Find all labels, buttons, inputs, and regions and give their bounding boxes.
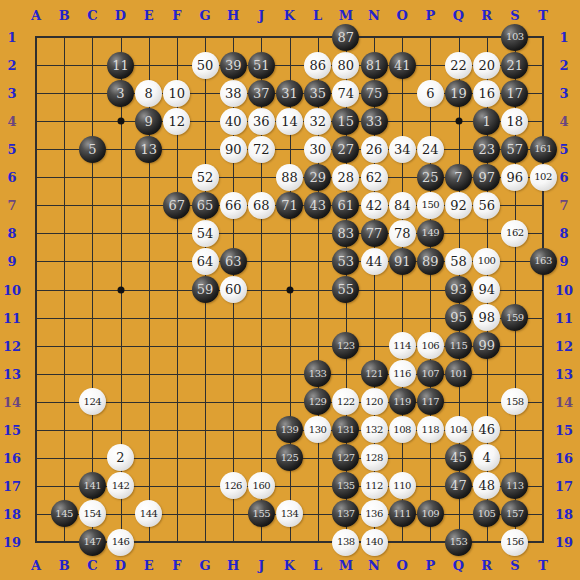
stone-black-149: 149 [417,220,444,247]
stone-white-110: 110 [389,472,416,499]
go-board[interactable]: AABBCCDDEEFFGGHHJJKKLLMMNNOOPPQQRRSSTT11… [0,0,580,580]
stone-white-100: 100 [473,248,500,275]
row-label-left-15[interactable]: 15 [3,423,21,436]
stone-black-141: 141 [79,472,106,499]
stone-black-71: 71 [276,192,303,219]
col-label-top-S[interactable]: S [510,9,519,22]
stone-white-18: 18 [501,108,528,135]
stone-black-77: 77 [361,220,388,247]
stone-black-89: 89 [417,248,444,275]
stone-black-7: 7 [445,164,472,191]
stone-white-160: 160 [248,472,275,499]
star-point-Q4 [455,118,462,125]
stone-white-12: 12 [163,108,190,135]
stone-white-14: 14 [276,108,303,135]
stone-white-74: 74 [332,80,359,107]
stone-white-24: 24 [417,136,444,163]
col-label-bottom-T[interactable]: T [538,559,548,572]
row-label-left-13[interactable]: 13 [3,367,21,380]
stone-white-84: 84 [389,192,416,219]
col-label-bottom-C[interactable]: C [87,559,97,572]
stone-white-146: 146 [107,529,134,556]
star-point-D10 [117,286,124,293]
go-diagram-page: { "game": "go", "board": { "size": 19, "… [0,0,580,580]
star-point-D4 [117,118,124,125]
col-label-bottom-B[interactable]: B [59,559,70,572]
stone-black-61: 61 [332,192,359,219]
col-label-bottom-M[interactable]: M [339,559,353,572]
row-label-right-7[interactable]: 7 [559,199,568,212]
stone-black-51: 51 [248,52,275,79]
stone-black-147: 147 [79,529,106,556]
stone-black-23: 23 [473,136,500,163]
col-label-top-D[interactable]: D [115,9,126,22]
col-label-bottom-F[interactable]: F [172,559,181,572]
stone-black-163: 163 [530,248,557,275]
row-label-left-17[interactable]: 17 [3,479,21,492]
stone-white-22: 22 [445,52,472,79]
col-label-top-A[interactable]: A [31,9,41,22]
col-label-top-E[interactable]: E [144,9,154,22]
stone-white-78: 78 [389,220,416,247]
stone-black-33: 33 [361,108,388,135]
stone-black-41: 41 [389,52,416,79]
stone-white-62: 62 [361,164,388,191]
stone-white-50: 50 [192,52,219,79]
stone-white-116: 116 [389,360,416,387]
col-label-top-K[interactable]: K [284,9,295,22]
stone-white-42: 42 [361,192,388,219]
row-label-right-3[interactable]: 3 [559,87,568,100]
row-label-right-13[interactable]: 13 [555,367,573,380]
stone-white-136: 136 [361,500,388,527]
stone-white-32: 32 [304,108,331,135]
row-label-right-5[interactable]: 5 [559,143,568,156]
stone-white-118: 118 [417,416,444,443]
col-label-top-T[interactable]: T [538,9,548,22]
stone-white-52: 52 [192,164,219,191]
col-label-top-G[interactable]: G [199,9,210,22]
stone-black-15: 15 [332,108,359,135]
row-label-left-6[interactable]: 6 [7,171,16,184]
row-label-left-18[interactable]: 18 [3,507,21,520]
stone-black-145: 145 [51,500,78,527]
col-label-top-H[interactable]: H [227,9,239,22]
stone-black-37: 37 [248,80,275,107]
stone-black-117: 117 [417,388,444,415]
stone-white-106: 106 [417,332,444,359]
stone-white-150: 150 [417,192,444,219]
row-label-left-8[interactable]: 8 [7,227,16,240]
stone-black-57: 57 [501,136,528,163]
stone-black-21: 21 [501,52,528,79]
stone-black-93: 93 [445,276,472,303]
row-label-left-14[interactable]: 14 [3,395,21,408]
col-label-bottom-K[interactable]: K [284,559,295,572]
stone-black-3: 3 [107,80,134,107]
col-label-bottom-H[interactable]: H [227,559,239,572]
col-label-top-B[interactable]: B [59,9,70,22]
row-label-left-10[interactable]: 10 [3,283,21,296]
stone-black-83: 83 [332,220,359,247]
stone-black-9: 9 [135,108,162,135]
stone-white-30: 30 [304,136,331,163]
stone-white-138: 138 [332,529,359,556]
col-label-bottom-L[interactable]: L [313,559,322,572]
row-label-right-19[interactable]: 19 [555,536,573,549]
stone-white-156: 156 [501,529,528,556]
stone-white-64: 64 [192,248,219,275]
stone-white-120: 120 [361,388,388,415]
stone-white-96: 96 [501,164,528,191]
row-label-left-12[interactable]: 12 [3,339,21,352]
row-label-right-16[interactable]: 16 [555,451,573,464]
stone-white-28: 28 [332,164,359,191]
row-label-right-9[interactable]: 9 [559,255,568,268]
col-label-bottom-P[interactable]: P [425,559,435,572]
stone-white-40: 40 [220,108,247,135]
stone-black-29: 29 [304,164,331,191]
stone-black-43: 43 [304,192,331,219]
stone-white-56: 56 [473,192,500,219]
row-label-right-15[interactable]: 15 [555,423,573,436]
row-label-left-19[interactable]: 19 [3,536,21,549]
stone-white-98: 98 [473,304,500,331]
stone-white-20: 20 [473,52,500,79]
stone-white-44: 44 [361,248,388,275]
col-label-top-C[interactable]: C [87,9,97,22]
stone-white-162: 162 [501,220,528,247]
row-label-right-6[interactable]: 6 [559,171,568,184]
stone-white-68: 68 [248,192,275,219]
stone-white-114: 114 [389,332,416,359]
col-label-bottom-D[interactable]: D [115,559,126,572]
row-label-right-18[interactable]: 18 [555,507,573,520]
stone-black-97: 97 [473,164,500,191]
stone-black-13: 13 [135,136,162,163]
col-label-top-F[interactable]: F [172,9,181,22]
stone-white-128: 128 [361,444,388,471]
stone-white-86: 86 [304,52,331,79]
stone-white-72: 72 [248,136,275,163]
stone-white-88: 88 [276,164,303,191]
stone-black-19: 19 [445,80,472,107]
row-label-right-2[interactable]: 2 [559,59,568,72]
stone-white-60: 60 [220,276,247,303]
stone-black-25: 25 [417,164,444,191]
row-label-left-4[interactable]: 4 [7,115,16,128]
stone-black-31: 31 [276,80,303,107]
col-label-top-M[interactable]: M [339,9,353,22]
row-label-right-1[interactable]: 1 [559,31,568,44]
row-label-right-12[interactable]: 12 [555,339,573,352]
col-label-top-P[interactable]: P [425,9,435,22]
stone-black-81: 81 [361,52,388,79]
col-label-bottom-N[interactable]: N [368,559,380,572]
row-label-left-16[interactable]: 16 [3,451,21,464]
col-label-bottom-E[interactable]: E [144,559,154,572]
col-label-bottom-Q[interactable]: Q [453,559,464,572]
col-label-top-L[interactable]: L [313,9,322,22]
stone-black-153: 153 [445,529,472,556]
row-label-left-1[interactable]: 1 [7,31,16,44]
grid-line-horizontal [36,402,543,403]
stone-white-16: 16 [473,80,500,107]
stone-white-90: 90 [220,136,247,163]
stone-black-101: 101 [445,360,472,387]
row-label-right-14[interactable]: 14 [555,395,573,408]
stone-black-95: 95 [445,304,472,331]
stone-black-63: 63 [220,248,247,275]
col-label-top-Q[interactable]: Q [453,9,464,22]
stone-white-102: 102 [530,164,557,191]
stone-black-17: 17 [501,80,528,107]
stone-white-38: 38 [220,80,247,107]
stone-white-58: 58 [445,248,472,275]
star-point-K10 [286,286,293,293]
col-label-bottom-J[interactable]: J [258,559,264,572]
stone-black-111: 111 [389,500,416,527]
stone-white-92: 92 [445,192,472,219]
stone-white-66: 66 [220,192,247,219]
grid-line-horizontal [36,149,543,150]
stone-white-108: 108 [389,416,416,443]
stone-white-80: 80 [332,52,359,79]
stone-black-121: 121 [361,360,388,387]
col-label-top-J[interactable]: J [258,9,264,22]
stone-white-54: 54 [192,220,219,247]
stone-black-65: 65 [192,192,219,219]
stone-white-112: 112 [361,472,388,499]
col-label-bottom-O[interactable]: O [396,559,407,572]
row-label-left-9[interactable]: 9 [7,255,16,268]
row-label-left-2[interactable]: 2 [7,59,16,72]
stone-black-27: 27 [332,136,359,163]
grid-line-horizontal [36,233,543,234]
row-label-left-11[interactable]: 11 [3,311,21,324]
stone-white-132: 132 [361,416,388,443]
stone-black-87: 87 [332,24,359,51]
stone-black-91: 91 [389,248,416,275]
stone-black-119: 119 [389,388,416,415]
stone-white-10: 10 [163,80,190,107]
col-label-bottom-G[interactable]: G [199,559,210,572]
col-label-top-N[interactable]: N [368,9,380,22]
row-label-right-4[interactable]: 4 [559,115,568,128]
row-label-left-3[interactable]: 3 [7,87,16,100]
row-label-left-5[interactable]: 5 [7,143,16,156]
stone-white-6: 6 [417,80,444,107]
col-label-top-O[interactable]: O [396,9,407,22]
stone-white-26: 26 [361,136,388,163]
stone-black-67: 67 [163,192,190,219]
stone-white-36: 36 [248,108,275,135]
stone-black-59: 59 [192,276,219,303]
stone-black-1: 1 [473,108,500,135]
row-label-right-11[interactable]: 11 [555,311,573,324]
col-label-bottom-R[interactable]: R [481,559,492,572]
col-label-bottom-S[interactable]: S [510,559,519,572]
stone-black-39: 39 [220,52,247,79]
stone-black-161: 161 [530,136,557,163]
row-label-right-17[interactable]: 17 [555,479,573,492]
stone-white-126: 126 [220,472,247,499]
stone-white-8: 8 [135,80,162,107]
row-label-right-8[interactable]: 8 [559,227,568,240]
col-label-top-R[interactable]: R [481,9,492,22]
col-label-bottom-A[interactable]: A [31,559,41,572]
stone-white-124: 124 [79,388,106,415]
stone-black-75: 75 [361,80,388,107]
stone-white-94: 94 [473,276,500,303]
stone-black-107: 107 [417,360,444,387]
stone-black-35: 35 [304,80,331,107]
stone-white-34: 34 [389,136,416,163]
stone-white-140: 140 [361,529,388,556]
stone-black-115: 115 [445,332,472,359]
stone-black-11: 11 [107,52,134,79]
row-label-right-10[interactable]: 10 [555,283,573,296]
stone-black-103: 103 [501,24,528,51]
row-label-left-7[interactable]: 7 [7,199,16,212]
stone-black-5: 5 [79,136,106,163]
